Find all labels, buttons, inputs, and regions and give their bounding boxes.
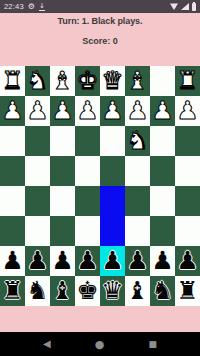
square-f2[interactable]: ♟ <box>50 96 75 126</box>
piece-white-rook: ♜ <box>0 66 25 96</box>
square-f5[interactable] <box>50 186 75 216</box>
status-bar-right <box>170 3 196 11</box>
back-button[interactable]: ◀ <box>43 339 51 349</box>
square-h2[interactable]: ♟ <box>0 96 25 126</box>
square-b8[interactable]: ♞ <box>150 276 175 306</box>
square-g5[interactable] <box>25 186 50 216</box>
chess-board[interactable]: ♜♞♝♚♛♝♜♟♟♟♟♟♟♟♟♞♟♟♟♟♟♟♟♟♜♞♝♚♛♝♞♜ <box>0 66 200 306</box>
square-g7[interactable]: ♟ <box>25 246 50 276</box>
square-h4[interactable] <box>0 156 25 186</box>
piece-black-pawn: ♟ <box>0 246 25 276</box>
download-icon: ↓ <box>39 3 45 11</box>
square-b7[interactable]: ♟ <box>150 246 175 276</box>
piece-white-pawn: ♟ <box>125 96 150 126</box>
piece-black-king: ♚ <box>75 276 100 306</box>
square-g1[interactable]: ♞ <box>25 66 50 96</box>
square-a6[interactable] <box>175 216 200 246</box>
piece-white-pawn: ♟ <box>25 96 50 126</box>
clock: 22:43 <box>4 2 24 11</box>
square-h7[interactable]: ♟ <box>0 246 25 276</box>
piece-white-king: ♚ <box>75 66 100 96</box>
square-f1[interactable]: ♝ <box>50 66 75 96</box>
piece-white-knight: ♞ <box>25 66 50 96</box>
square-a2[interactable]: ♟ <box>175 96 200 126</box>
square-e1[interactable]: ♚ <box>75 66 100 96</box>
square-d6[interactable] <box>100 216 125 246</box>
piece-black-knight: ♞ <box>150 276 175 306</box>
square-a5[interactable] <box>175 186 200 216</box>
square-e8[interactable]: ♚ <box>75 276 100 306</box>
piece-black-pawn: ♟ <box>175 246 200 276</box>
square-b3[interactable] <box>150 126 175 156</box>
status-bar-left: 22:43 ⚙ ↓ <box>4 2 45 11</box>
square-c1[interactable]: ♝ <box>125 66 150 96</box>
piece-black-knight: ♞ <box>25 276 50 306</box>
piece-black-rook: ♜ <box>175 276 200 306</box>
square-d5[interactable] <box>100 186 125 216</box>
square-g3[interactable] <box>25 126 50 156</box>
square-h8[interactable]: ♜ <box>0 276 25 306</box>
square-b4[interactable] <box>150 156 175 186</box>
piece-white-pawn: ♟ <box>50 96 75 126</box>
square-c6[interactable] <box>125 216 150 246</box>
home-button[interactable]: ● <box>95 339 105 350</box>
square-b2[interactable]: ♟ <box>150 96 175 126</box>
battery-icon <box>192 3 196 11</box>
piece-white-queen: ♛ <box>100 66 125 96</box>
square-e5[interactable] <box>75 186 100 216</box>
status-bar: 22:43 ⚙ ↓ <box>0 0 200 13</box>
square-h6[interactable] <box>0 216 25 246</box>
piece-black-bishop: ♝ <box>50 276 75 306</box>
square-d4[interactable] <box>100 156 125 186</box>
turn-indicator: Turn: 1. Black plays. <box>0 13 200 26</box>
bottom-strip <box>0 306 200 332</box>
square-d7[interactable]: ♟ <box>100 246 125 276</box>
square-c4[interactable] <box>125 156 150 186</box>
piece-black-pawn: ♟ <box>125 246 150 276</box>
square-d3[interactable] <box>100 126 125 156</box>
square-g8[interactable]: ♞ <box>25 276 50 306</box>
square-g6[interactable] <box>25 216 50 246</box>
piece-black-queen: ♛ <box>100 276 125 306</box>
square-a1[interactable]: ♜ <box>175 66 200 96</box>
square-c3[interactable]: ♞ <box>125 126 150 156</box>
square-a3[interactable] <box>175 126 200 156</box>
square-g4[interactable] <box>25 156 50 186</box>
square-e4[interactable] <box>75 156 100 186</box>
square-f6[interactable] <box>50 216 75 246</box>
piece-white-knight: ♞ <box>125 126 150 156</box>
wifi-icon <box>170 3 178 10</box>
piece-black-rook: ♜ <box>0 276 25 306</box>
square-f7[interactable]: ♟ <box>50 246 75 276</box>
signal-icon <box>181 3 189 10</box>
square-f4[interactable] <box>50 156 75 186</box>
square-e2[interactable]: ♟ <box>75 96 100 126</box>
square-d8[interactable]: ♛ <box>100 276 125 306</box>
recents-button[interactable]: ■ <box>148 340 157 349</box>
piece-black-pawn: ♟ <box>25 246 50 276</box>
gear-icon: ⚙ <box>28 3 35 11</box>
square-h1[interactable]: ♜ <box>0 66 25 96</box>
square-e3[interactable] <box>75 126 100 156</box>
android-nav-bar: ◀ ● ■ <box>0 332 200 356</box>
piece-black-pawn: ♟ <box>50 246 75 276</box>
square-h5[interactable] <box>0 186 25 216</box>
square-a7[interactable]: ♟ <box>175 246 200 276</box>
phone-screen: 22:43 ⚙ ↓ Turn: 1. Black plays. Score: 0… <box>0 0 200 356</box>
square-b5[interactable] <box>150 186 175 216</box>
piece-black-pawn: ♟ <box>100 246 125 276</box>
square-c8[interactable]: ♝ <box>125 276 150 306</box>
piece-white-pawn: ♟ <box>175 96 200 126</box>
square-f8[interactable]: ♝ <box>50 276 75 306</box>
piece-white-pawn: ♟ <box>75 96 100 126</box>
piece-white-pawn: ♟ <box>100 96 125 126</box>
square-e6[interactable] <box>75 216 100 246</box>
square-b6[interactable] <box>150 216 175 246</box>
score-indicator: Score: 0 <box>0 36 200 46</box>
square-e7[interactable]: ♟ <box>75 246 100 276</box>
piece-black-bishop: ♝ <box>125 276 150 306</box>
square-f3[interactable] <box>50 126 75 156</box>
square-c2[interactable]: ♟ <box>125 96 150 126</box>
square-b1[interactable] <box>150 66 175 96</box>
square-h3[interactable] <box>0 126 25 156</box>
square-c7[interactable]: ♟ <box>125 246 150 276</box>
square-a8[interactable]: ♜ <box>175 276 200 306</box>
piece-black-pawn: ♟ <box>75 246 100 276</box>
piece-white-pawn: ♟ <box>150 96 175 126</box>
piece-white-bishop: ♝ <box>125 66 150 96</box>
piece-white-rook: ♜ <box>175 66 200 96</box>
square-d2[interactable]: ♟ <box>100 96 125 126</box>
square-a4[interactable] <box>175 156 200 186</box>
square-d1[interactable]: ♛ <box>100 66 125 96</box>
piece-white-bishop: ♝ <box>50 66 75 96</box>
piece-black-pawn: ♟ <box>150 246 175 276</box>
piece-white-pawn: ♟ <box>0 96 25 126</box>
square-g2[interactable]: ♟ <box>25 96 50 126</box>
game-info-panel: Turn: 1. Black plays. Score: 0 <box>0 13 200 66</box>
square-c5[interactable] <box>125 186 150 216</box>
